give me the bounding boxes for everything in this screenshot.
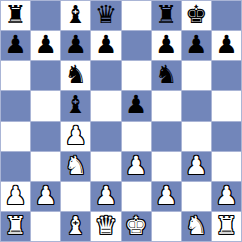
black-queen[interactable]: ♛ bbox=[95, 2, 117, 27]
black-rook[interactable]: ♜ bbox=[155, 2, 177, 27]
square-b2[interactable]: ♟ bbox=[31, 182, 60, 211]
square-b1[interactable] bbox=[31, 212, 60, 241]
black-pawn[interactable]: ♟ bbox=[215, 32, 237, 57]
black-bishop[interactable]: ♝ bbox=[65, 92, 87, 117]
square-h8[interactable] bbox=[212, 1, 241, 30]
square-g7[interactable]: ♟ bbox=[182, 31, 211, 60]
square-e4[interactable] bbox=[122, 122, 151, 151]
square-b6[interactable] bbox=[31, 61, 60, 90]
square-a8[interactable]: ♜ bbox=[1, 1, 30, 30]
square-d3[interactable] bbox=[91, 152, 120, 181]
square-e5[interactable]: ♟ bbox=[122, 91, 151, 120]
square-c5[interactable]: ♝ bbox=[61, 91, 90, 120]
black-bishop[interactable]: ♝ bbox=[65, 2, 87, 27]
white-rook[interactable]: ♜ bbox=[215, 213, 237, 238]
square-e8[interactable] bbox=[122, 1, 151, 30]
square-b7[interactable]: ♟ bbox=[31, 31, 60, 60]
black-king[interactable]: ♚ bbox=[185, 2, 207, 27]
white-pawn[interactable]: ♟ bbox=[65, 123, 87, 148]
white-pawn[interactable]: ♟ bbox=[125, 153, 147, 178]
square-d6[interactable] bbox=[91, 61, 120, 90]
square-e7[interactable] bbox=[122, 31, 151, 60]
square-g2[interactable] bbox=[182, 182, 211, 211]
square-d8[interactable]: ♛ bbox=[91, 1, 120, 30]
square-d4[interactable] bbox=[91, 122, 120, 151]
black-pawn[interactable]: ♟ bbox=[95, 32, 117, 57]
white-pawn[interactable]: ♟ bbox=[95, 183, 117, 208]
square-a4[interactable] bbox=[1, 122, 30, 151]
black-pawn[interactable]: ♟ bbox=[185, 32, 207, 57]
black-pawn[interactable]: ♟ bbox=[65, 32, 87, 57]
white-pawn[interactable]: ♟ bbox=[4, 183, 26, 208]
square-e2[interactable] bbox=[122, 182, 151, 211]
square-a6[interactable] bbox=[1, 61, 30, 90]
white-king[interactable]: ♚ bbox=[125, 213, 147, 238]
square-e1[interactable]: ♚ bbox=[122, 212, 151, 241]
white-pawn[interactable]: ♟ bbox=[185, 153, 207, 178]
black-knight[interactable]: ♞ bbox=[65, 62, 87, 87]
square-d5[interactable] bbox=[91, 91, 120, 120]
white-pawn[interactable]: ♟ bbox=[215, 183, 237, 208]
white-knight[interactable]: ♞ bbox=[185, 213, 207, 238]
white-bishop[interactable]: ♝ bbox=[65, 213, 87, 238]
square-b4[interactable] bbox=[31, 122, 60, 151]
black-pawn[interactable]: ♟ bbox=[155, 32, 177, 57]
square-c8[interactable]: ♝ bbox=[61, 1, 90, 30]
square-e6[interactable] bbox=[122, 61, 151, 90]
square-d2[interactable]: ♟ bbox=[91, 182, 120, 211]
square-g1[interactable]: ♞ bbox=[182, 212, 211, 241]
square-a3[interactable] bbox=[1, 152, 30, 181]
square-b3[interactable] bbox=[31, 152, 60, 181]
square-h3[interactable] bbox=[212, 152, 241, 181]
square-g5[interactable] bbox=[182, 91, 211, 120]
square-h2[interactable]: ♟ bbox=[212, 182, 241, 211]
white-knight[interactable]: ♞ bbox=[65, 153, 87, 178]
square-f3[interactable] bbox=[152, 152, 181, 181]
black-pawn[interactable]: ♟ bbox=[125, 92, 147, 117]
square-f1[interactable] bbox=[152, 212, 181, 241]
square-c3[interactable]: ♞ bbox=[61, 152, 90, 181]
square-g6[interactable] bbox=[182, 61, 211, 90]
square-c2[interactable] bbox=[61, 182, 90, 211]
square-c4[interactable]: ♟ bbox=[61, 122, 90, 151]
square-f5[interactable] bbox=[152, 91, 181, 120]
chess-board: ♜♝♛♜♚♟♟♟♟♟♟♟♞♞♝♟♟♞♟♟♟♟♟♟♟♜♝♛♚♞♜ bbox=[0, 0, 242, 242]
black-knight[interactable]: ♞ bbox=[155, 62, 177, 87]
square-d1[interactable]: ♛ bbox=[91, 212, 120, 241]
square-a5[interactable] bbox=[1, 91, 30, 120]
square-h1[interactable]: ♜ bbox=[212, 212, 241, 241]
white-rook[interactable]: ♜ bbox=[4, 213, 26, 238]
square-c1[interactable]: ♝ bbox=[61, 212, 90, 241]
white-queen[interactable]: ♛ bbox=[95, 213, 117, 238]
square-h4[interactable] bbox=[212, 122, 241, 151]
square-a1[interactable]: ♜ bbox=[1, 212, 30, 241]
square-f4[interactable] bbox=[152, 122, 181, 151]
square-b8[interactable] bbox=[31, 1, 60, 30]
black-rook[interactable]: ♜ bbox=[4, 2, 26, 27]
square-h6[interactable] bbox=[212, 61, 241, 90]
square-b5[interactable] bbox=[31, 91, 60, 120]
square-e3[interactable]: ♟ bbox=[122, 152, 151, 181]
square-h5[interactable] bbox=[212, 91, 241, 120]
square-d7[interactable]: ♟ bbox=[91, 31, 120, 60]
square-c6[interactable]: ♞ bbox=[61, 61, 90, 90]
square-g8[interactable]: ♚ bbox=[182, 1, 211, 30]
black-pawn[interactable]: ♟ bbox=[34, 32, 56, 57]
black-pawn[interactable]: ♟ bbox=[4, 32, 26, 57]
white-pawn[interactable]: ♟ bbox=[34, 183, 56, 208]
square-f6[interactable]: ♞ bbox=[152, 61, 181, 90]
square-a7[interactable]: ♟ bbox=[1, 31, 30, 60]
square-g4[interactable] bbox=[182, 122, 211, 151]
square-g3[interactable]: ♟ bbox=[182, 152, 211, 181]
square-a2[interactable]: ♟ bbox=[1, 182, 30, 211]
white-pawn[interactable]: ♟ bbox=[155, 183, 177, 208]
square-f8[interactable]: ♜ bbox=[152, 1, 181, 30]
square-f7[interactable]: ♟ bbox=[152, 31, 181, 60]
square-c7[interactable]: ♟ bbox=[61, 31, 90, 60]
square-h7[interactable]: ♟ bbox=[212, 31, 241, 60]
square-f2[interactable]: ♟ bbox=[152, 182, 181, 211]
